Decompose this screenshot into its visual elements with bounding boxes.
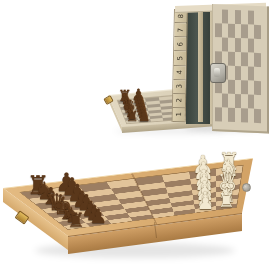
- piece-light-rook: ♜: [218, 191, 235, 210]
- chess-set-product-image: 87654321 ♟♜♟♞♟♝♟♛♟♚♟♝♟♞♟♜ ♜♟♞♟♝♟♛♟♟♚♜♟♟♝…: [0, 0, 270, 270]
- photo-open-board: ♜♟♞♟♝♟♛♟♟♚♜♟♟♝♞♟♟♞♝♟♟♜♟♛♟♚♟♝♟♞♟♜: [0, 0, 270, 270]
- piece-dark-pawn: ♟: [138, 109, 151, 123]
- piece-light-pawn: ♟: [197, 193, 214, 212]
- piece-dark-pawn: ♟: [89, 207, 107, 227]
- piece-dark-rook: ♜: [126, 110, 138, 124]
- chess-pieces-layer: ♜♟♞♟♝♟♛♟♟♚♜♟♟♝♞♟♟♞♝♟♟♜♟♛♟♚♟♝♟♞♟♜: [0, 0, 270, 270]
- piece-dark-rook: ♜: [67, 210, 85, 230]
